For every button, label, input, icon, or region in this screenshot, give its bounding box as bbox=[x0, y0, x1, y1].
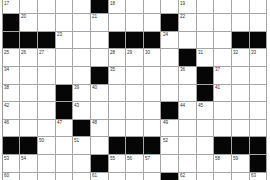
black-cell bbox=[250, 32, 268, 50]
grid-cell[interactable] bbox=[38, 67, 56, 85]
grid-cell[interactable]: 62 bbox=[179, 173, 197, 180]
grid-cell[interactable] bbox=[214, 120, 232, 138]
grid-cell[interactable] bbox=[73, 14, 91, 32]
clue-number: 35 bbox=[110, 67, 115, 72]
grid-cell[interactable] bbox=[109, 173, 127, 180]
clue-number: 52 bbox=[163, 138, 168, 143]
black-cell bbox=[161, 173, 179, 180]
grid-cell[interactable] bbox=[91, 137, 109, 155]
clue-number: 22 bbox=[180, 14, 185, 19]
clue-number: 56 bbox=[127, 156, 132, 161]
grid-cell[interactable] bbox=[232, 173, 250, 180]
grid-cell[interactable] bbox=[56, 14, 74, 32]
black-cell bbox=[144, 137, 162, 155]
clue-number: 62 bbox=[180, 173, 185, 178]
grid-cell[interactable] bbox=[179, 120, 197, 138]
grid-cell[interactable]: 58 bbox=[214, 155, 232, 173]
grid-cell[interactable] bbox=[144, 0, 162, 14]
clue-number: 36 bbox=[180, 67, 185, 72]
grid-cell[interactable]: 36 bbox=[179, 67, 197, 85]
clue-number: 23 bbox=[57, 32, 62, 37]
grid-cell[interactable] bbox=[73, 173, 91, 180]
grid-cell[interactable] bbox=[73, 67, 91, 85]
grid-cell[interactable] bbox=[56, 173, 74, 180]
grid-cell[interactable] bbox=[126, 0, 144, 14]
grid-cell[interactable] bbox=[144, 67, 162, 85]
grid-cell[interactable] bbox=[197, 137, 215, 155]
grid-cell[interactable]: 30 bbox=[144, 49, 162, 67]
grid-cell[interactable]: 43 bbox=[73, 102, 91, 120]
grid-cell[interactable]: 41 bbox=[214, 85, 232, 103]
black-cell bbox=[38, 32, 56, 50]
grid-cell[interactable] bbox=[232, 120, 250, 138]
grid-cell[interactable] bbox=[91, 49, 109, 67]
clue-number: 44 bbox=[180, 103, 185, 108]
clue-number: 58 bbox=[215, 156, 220, 161]
grid-cell[interactable]: 45 bbox=[197, 102, 215, 120]
black-cell bbox=[3, 14, 21, 32]
grid-cell[interactable] bbox=[56, 155, 74, 173]
clue-number: 25 bbox=[4, 50, 9, 55]
grid-cell[interactable] bbox=[109, 14, 127, 32]
grid-cell[interactable]: 48 bbox=[91, 120, 109, 138]
grid-cell[interactable] bbox=[144, 85, 162, 103]
grid-cell[interactable]: 56 bbox=[126, 155, 144, 173]
grid-cell[interactable] bbox=[109, 85, 127, 103]
grid-cell[interactable]: 42 bbox=[3, 102, 21, 120]
grid-cell[interactable]: 18 bbox=[109, 0, 127, 14]
black-cell bbox=[126, 32, 144, 50]
grid-cell[interactable] bbox=[109, 102, 127, 120]
grid-cell[interactable]: 22 bbox=[179, 14, 197, 32]
grid-cell[interactable] bbox=[197, 120, 215, 138]
grid-cell[interactable] bbox=[38, 102, 56, 120]
clue-number: 60 bbox=[4, 173, 9, 178]
grid-cell[interactable] bbox=[232, 14, 250, 32]
grid-cell[interactable] bbox=[161, 155, 179, 173]
clue-number: 54 bbox=[21, 156, 26, 161]
grid-cell[interactable] bbox=[56, 0, 74, 14]
grid-cell[interactable] bbox=[20, 120, 38, 138]
grid-cell[interactable]: 32 bbox=[232, 49, 250, 67]
grid-cell[interactable]: 23 bbox=[56, 32, 74, 50]
black-cell bbox=[232, 137, 250, 155]
clue-number: 33 bbox=[251, 50, 256, 55]
grid-cell[interactable] bbox=[214, 0, 232, 14]
grid-cell[interactable] bbox=[232, 67, 250, 85]
grid-cell[interactable] bbox=[73, 0, 91, 14]
clue-number: 47 bbox=[57, 120, 62, 125]
grid-cell[interactable]: 35 bbox=[109, 67, 127, 85]
grid-cell[interactable] bbox=[161, 85, 179, 103]
clue-number: 55 bbox=[110, 156, 115, 161]
clue-number: 61 bbox=[92, 173, 97, 178]
grid-cell[interactable]: 25 bbox=[3, 49, 21, 67]
grid-cell[interactable] bbox=[126, 173, 144, 180]
black-cell bbox=[73, 120, 91, 138]
grid-cell[interactable] bbox=[56, 67, 74, 85]
grid-cell[interactable] bbox=[250, 67, 268, 85]
grid-cell[interactable] bbox=[161, 49, 179, 67]
grid-cell[interactable]: 40 bbox=[91, 85, 109, 103]
grid-cell[interactable]: 46 bbox=[3, 120, 21, 138]
grid-cell[interactable]: 61 bbox=[91, 173, 109, 180]
grid-cell[interactable] bbox=[214, 173, 232, 180]
black-cell bbox=[144, 32, 162, 50]
black-cell bbox=[161, 102, 179, 120]
grid-cell[interactable] bbox=[179, 32, 197, 50]
grid-cell[interactable]: 19 bbox=[179, 0, 197, 14]
grid-cell[interactable] bbox=[250, 102, 268, 120]
black-cell bbox=[3, 137, 21, 155]
grid-cell[interactable] bbox=[38, 120, 56, 138]
clue-number: 46 bbox=[4, 120, 9, 125]
black-cell bbox=[214, 137, 232, 155]
grid-cell[interactable]: 51 bbox=[73, 137, 91, 155]
grid-cell[interactable]: 31 bbox=[197, 49, 215, 67]
clue-number: 40 bbox=[92, 85, 97, 90]
grid-cell[interactable]: 26 bbox=[20, 49, 38, 67]
crossword-grid: 1718192021222324252627282930313233343536… bbox=[2, 0, 268, 180]
grid-cell[interactable] bbox=[250, 14, 268, 32]
grid-cell[interactable]: 34 bbox=[3, 67, 21, 85]
black-cell bbox=[91, 155, 109, 173]
grid-cell[interactable]: 49 bbox=[161, 120, 179, 138]
grid-cell[interactable] bbox=[38, 173, 56, 180]
black-cell bbox=[20, 32, 38, 50]
grid-cell[interactable] bbox=[73, 32, 91, 50]
grid-cell[interactable]: 50 bbox=[38, 137, 56, 155]
black-cell bbox=[250, 137, 268, 155]
grid-cell[interactable] bbox=[20, 173, 38, 180]
grid-cell[interactable] bbox=[91, 32, 109, 50]
black-cell bbox=[91, 67, 109, 85]
grid-cell[interactable]: 55 bbox=[109, 155, 127, 173]
grid-cell[interactable] bbox=[161, 67, 179, 85]
grid-cell[interactable] bbox=[250, 85, 268, 103]
grid-cell[interactable] bbox=[214, 102, 232, 120]
grid-cell[interactable] bbox=[144, 102, 162, 120]
clue-number: 28 bbox=[110, 50, 115, 55]
clue-number: 29 bbox=[127, 50, 132, 55]
grid-cell[interactable] bbox=[197, 155, 215, 173]
black-cell bbox=[161, 14, 179, 32]
clue-number: 49 bbox=[163, 120, 168, 125]
clue-number: 63 bbox=[251, 173, 256, 178]
grid-cell[interactable] bbox=[56, 49, 74, 67]
grid-cell[interactable]: 29 bbox=[126, 49, 144, 67]
clue-number: 18 bbox=[110, 1, 115, 6]
grid-cell[interactable] bbox=[250, 0, 268, 14]
clue-number: 27 bbox=[39, 50, 44, 55]
grid-cell[interactable] bbox=[144, 173, 162, 180]
grid-cell[interactable] bbox=[197, 14, 215, 32]
black-cell bbox=[179, 49, 197, 67]
grid-cell[interactable] bbox=[38, 85, 56, 103]
grid-cell[interactable] bbox=[179, 85, 197, 103]
clue-number: 45 bbox=[198, 103, 203, 108]
grid-cell[interactable]: 57 bbox=[144, 155, 162, 173]
grid-cell[interactable] bbox=[20, 102, 38, 120]
grid-cell[interactable]: 37 bbox=[214, 67, 232, 85]
clue-number: 41 bbox=[215, 85, 220, 90]
black-cell bbox=[197, 67, 215, 85]
clue-number: 53 bbox=[4, 156, 9, 161]
black-cell bbox=[126, 137, 144, 155]
grid-cell[interactable]: 44 bbox=[179, 102, 197, 120]
grid-cell[interactable]: 28 bbox=[109, 49, 127, 67]
grid-cell[interactable] bbox=[20, 67, 38, 85]
grid-cell[interactable]: 38 bbox=[3, 85, 21, 103]
grid-cell[interactable]: 63 bbox=[250, 173, 268, 180]
grid-cell[interactable] bbox=[197, 32, 215, 50]
clue-number: 20 bbox=[21, 14, 26, 19]
clue-number: 34 bbox=[4, 67, 9, 72]
grid-cell[interactable]: 21 bbox=[91, 14, 109, 32]
clue-number: 51 bbox=[74, 138, 79, 143]
clue-number: 39 bbox=[74, 85, 79, 90]
grid-cell[interactable] bbox=[197, 0, 215, 14]
black-cell bbox=[197, 85, 215, 103]
grid-cell[interactable]: 59 bbox=[232, 155, 250, 173]
grid-cell[interactable] bbox=[20, 0, 38, 14]
grid-cell[interactable] bbox=[126, 14, 144, 32]
grid-cell[interactable]: 27 bbox=[38, 49, 56, 67]
clue-number: 59 bbox=[233, 156, 238, 161]
black-cell bbox=[56, 102, 74, 120]
clue-number: 31 bbox=[198, 50, 203, 55]
clue-number: 30 bbox=[145, 50, 150, 55]
grid-cell[interactable] bbox=[179, 155, 197, 173]
grid-cell[interactable]: 52 bbox=[161, 137, 179, 155]
clue-number: 17 bbox=[4, 1, 9, 6]
grid-cell[interactable] bbox=[91, 102, 109, 120]
grid-cell[interactable] bbox=[56, 137, 74, 155]
grid-cell[interactable] bbox=[20, 85, 38, 103]
clue-number: 43 bbox=[74, 103, 79, 108]
grid-cell[interactable] bbox=[73, 49, 91, 67]
grid-cell[interactable]: 17 bbox=[3, 0, 21, 14]
clue-number: 26 bbox=[21, 50, 26, 55]
grid-cell[interactable] bbox=[73, 155, 91, 173]
black-cell bbox=[250, 155, 268, 173]
grid-cell[interactable]: 24 bbox=[161, 32, 179, 50]
grid-cell[interactable] bbox=[232, 102, 250, 120]
grid-cell[interactable] bbox=[197, 173, 215, 180]
clue-number: 24 bbox=[163, 32, 168, 37]
black-cell bbox=[91, 0, 109, 14]
clue-number: 19 bbox=[180, 1, 185, 6]
grid-cell[interactable] bbox=[126, 120, 144, 138]
grid-cell[interactable]: 20 bbox=[20, 14, 38, 32]
grid-cell[interactable] bbox=[109, 120, 127, 138]
grid-cell[interactable] bbox=[38, 155, 56, 173]
grid-cell[interactable] bbox=[214, 14, 232, 32]
black-cell bbox=[109, 137, 127, 155]
grid-cell[interactable] bbox=[126, 67, 144, 85]
clue-number: 21 bbox=[92, 14, 97, 19]
grid-cell[interactable]: 60 bbox=[3, 173, 21, 180]
grid-cell[interactable] bbox=[214, 32, 232, 50]
black-cell bbox=[56, 85, 74, 103]
clue-number: 32 bbox=[233, 50, 238, 55]
grid-cell[interactable] bbox=[214, 49, 232, 67]
grid-cell[interactable] bbox=[144, 14, 162, 32]
grid-cell[interactable] bbox=[250, 120, 268, 138]
grid-cell[interactable] bbox=[126, 102, 144, 120]
clue-number: 48 bbox=[92, 120, 97, 125]
black-cell bbox=[20, 137, 38, 155]
grid-cell[interactable] bbox=[126, 85, 144, 103]
clue-number: 37 bbox=[215, 67, 220, 72]
grid-cell[interactable]: 53 bbox=[3, 155, 21, 173]
black-cell bbox=[232, 32, 250, 50]
grid-cell[interactable]: 39 bbox=[73, 85, 91, 103]
grid-cell[interactable] bbox=[144, 120, 162, 138]
black-cell bbox=[3, 32, 21, 50]
clue-number: 57 bbox=[145, 156, 150, 161]
grid-cell[interactable] bbox=[38, 14, 56, 32]
grid-cell[interactable] bbox=[179, 137, 197, 155]
clue-number: 38 bbox=[4, 85, 9, 90]
clue-number: 42 bbox=[4, 103, 9, 108]
grid-cell[interactable]: 54 bbox=[20, 155, 38, 173]
black-cell bbox=[109, 32, 127, 50]
grid-cell[interactable]: 33 bbox=[250, 49, 268, 67]
grid-cell[interactable] bbox=[161, 0, 179, 14]
grid-cell[interactable] bbox=[38, 0, 56, 14]
clue-number: 50 bbox=[39, 138, 44, 143]
grid-cell[interactable]: 47 bbox=[56, 120, 74, 138]
grid-cell[interactable] bbox=[232, 85, 250, 103]
grid-cell[interactable] bbox=[232, 0, 250, 14]
